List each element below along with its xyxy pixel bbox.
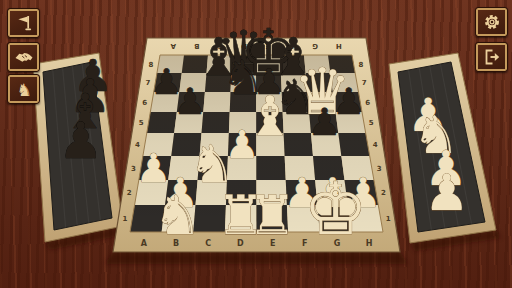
handshake-icon [14, 47, 34, 67]
flag-button[interactable] [7, 8, 40, 38]
file-label-bottom: C [205, 239, 211, 248]
rank-label-right: 1 [386, 215, 391, 223]
chess-app: ♟♟♝♟♟♞♟♟AABBCCDDEEFFGGHH1122334455667788… [0, 0, 512, 288]
rank-label-right: 8 [359, 61, 364, 69]
file-label-top: H [336, 42, 342, 50]
square-h4[interactable] [338, 133, 369, 156]
rank-label-left: 6 [142, 99, 147, 107]
file-label-bottom: A [141, 239, 148, 248]
exit-icon [482, 47, 502, 67]
rank-label-right: 4 [373, 141, 378, 149]
piece-black-pawn-b6[interactable]: ♟ [174, 80, 207, 123]
settings-button[interactable] [475, 7, 508, 37]
piece-white-king-g1[interactable]: ♚ [303, 167, 368, 251]
draw-handshake-button[interactable] [7, 42, 40, 72]
gear-icon [482, 12, 502, 32]
knight-button[interactable]: ♞ [7, 74, 40, 104]
piece-black-pawn-g5[interactable]: ♟ [308, 100, 342, 144]
rank-label-left: 5 [139, 119, 144, 127]
file-label-top: A [170, 42, 176, 50]
rank-label-right: 6 [365, 99, 370, 107]
square-e3[interactable] [256, 156, 285, 180]
svg-text:♞: ♞ [16, 80, 31, 100]
captured-white-pawn[interactable]: ♟ [425, 164, 470, 222]
rank-label-right: 2 [381, 189, 386, 197]
captured-black-pawn[interactable]: ♟ [59, 112, 104, 170]
square-a5[interactable] [147, 112, 177, 133]
board-shadow [105, 252, 408, 264]
knight-icon: ♞ [14, 79, 34, 99]
rank-label-right: 5 [369, 119, 374, 127]
flag-icon [14, 13, 34, 33]
rank-label-left: 1 [122, 215, 127, 223]
piece-white-knight-b1[interactable]: ♞ [153, 184, 201, 247]
piece-white-rook-e1[interactable]: ♜ [248, 184, 296, 247]
exit-button[interactable] [475, 42, 508, 72]
rank-label-left: 7 [145, 79, 150, 87]
board-scene: ♟♟♝♟♟♞♟♟AABBCCDDEEFFGGHH1122334455667788… [0, 0, 512, 288]
rank-label-left: 2 [127, 189, 132, 197]
